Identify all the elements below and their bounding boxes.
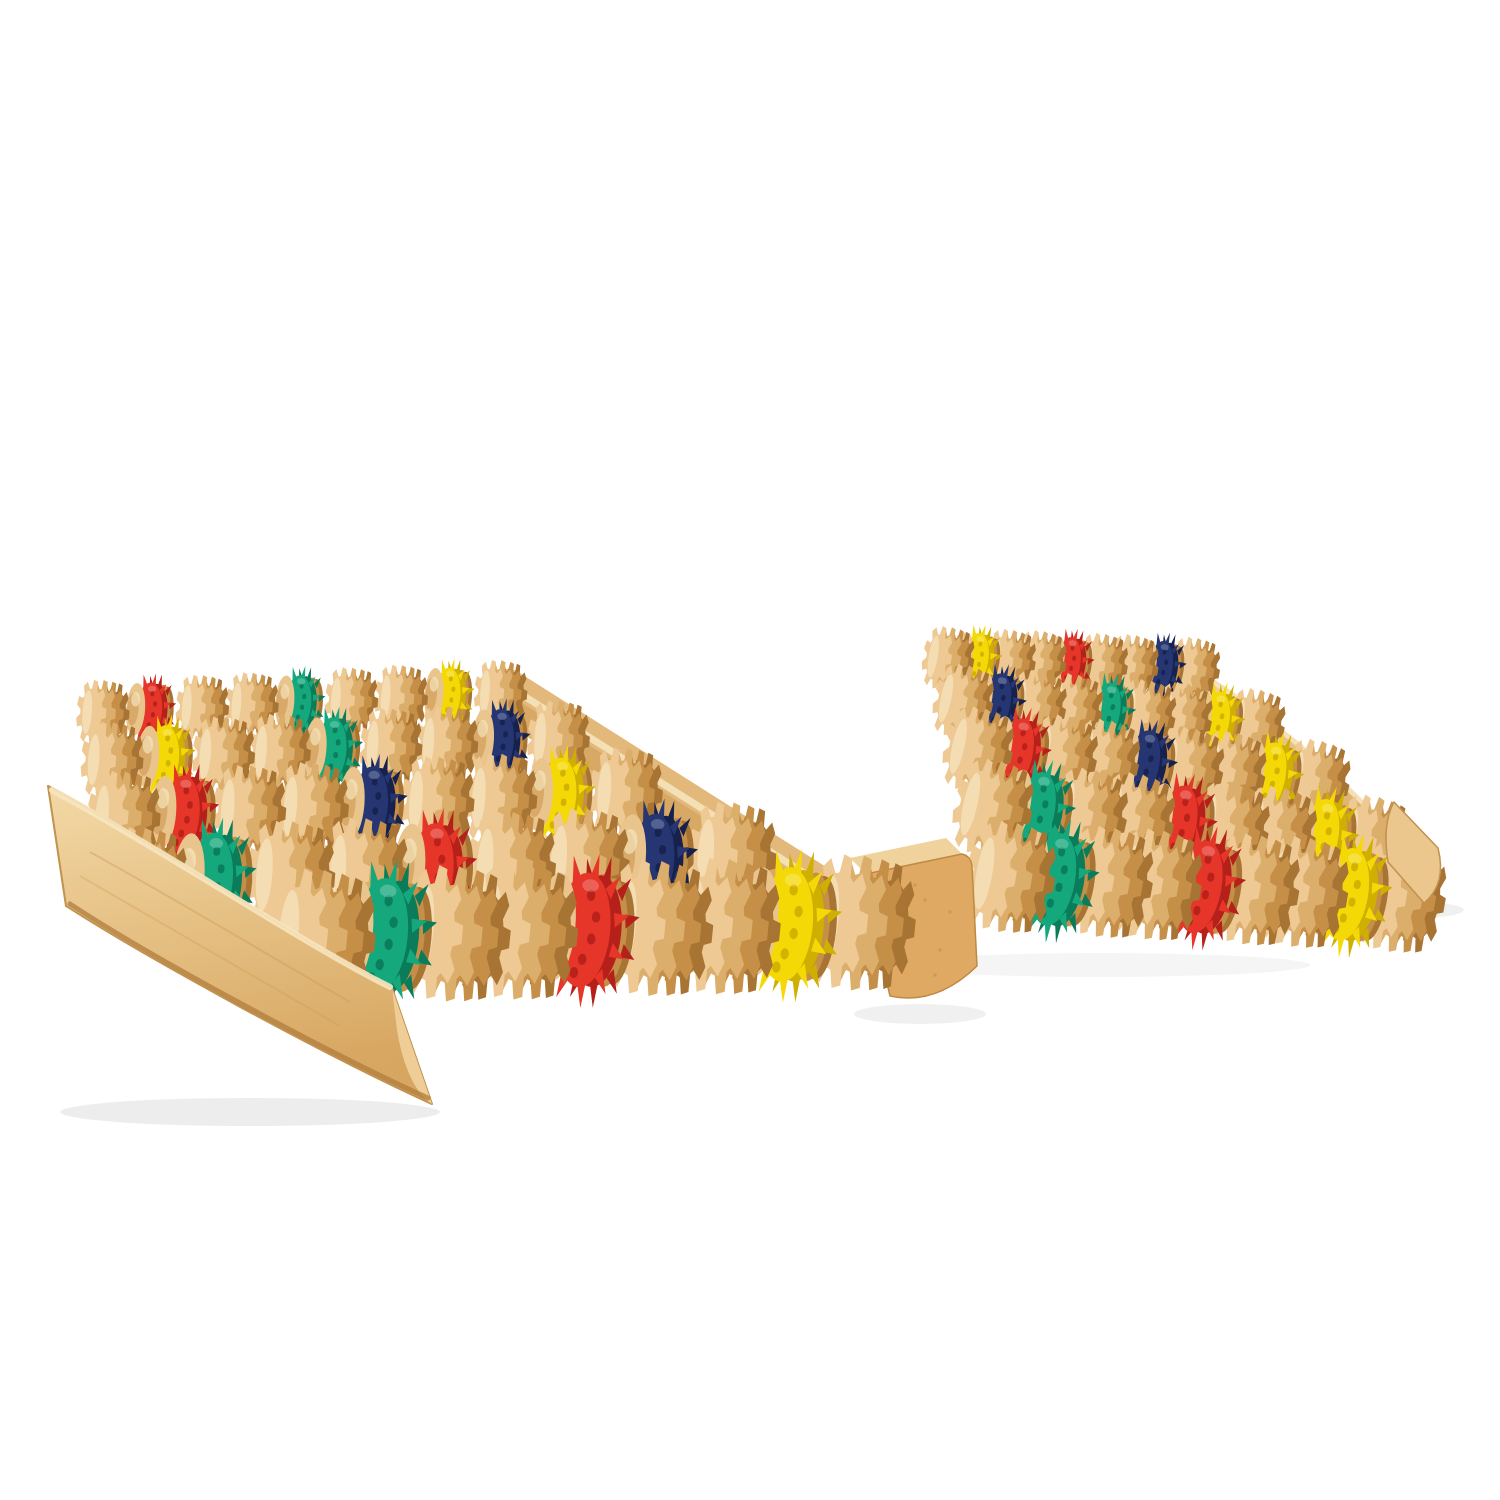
foot-massager-photo [0,0,1500,1500]
product-photo [0,0,1500,1500]
